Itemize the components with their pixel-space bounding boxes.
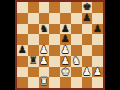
square-a7[interactable] <box>17 13 28 24</box>
square-c7[interactable] <box>39 13 50 24</box>
square-f8[interactable] <box>71 2 82 13</box>
square-a3[interactable] <box>17 56 28 67</box>
square-a8[interactable] <box>17 2 28 13</box>
square-e2[interactable]: ♚ <box>60 67 71 78</box>
square-c3[interactable]: ♟ <box>39 56 50 67</box>
white-pawn: ♟ <box>82 67 91 78</box>
square-d1[interactable] <box>49 77 60 88</box>
square-a4[interactable]: ♟ <box>17 45 28 56</box>
black-pawn: ♟ <box>82 13 91 24</box>
square-c4[interactable]: ♟ <box>39 45 50 56</box>
square-d4[interactable] <box>49 45 60 56</box>
square-g1[interactable] <box>82 77 93 88</box>
square-d2[interactable] <box>49 67 60 78</box>
white-pawn: ♟ <box>61 56 70 67</box>
square-a2[interactable] <box>17 67 28 78</box>
square-e4[interactable]: ♟ <box>60 45 71 56</box>
black-king: ♚ <box>82 2 91 13</box>
square-f6[interactable] <box>71 24 82 35</box>
black-pawn: ♟ <box>93 24 102 35</box>
square-e3[interactable]: ♟ <box>60 56 71 67</box>
square-e6[interactable]: ♟ <box>60 24 71 35</box>
square-h4[interactable] <box>92 45 103 56</box>
square-b4[interactable] <box>28 45 39 56</box>
black-rook: ♜ <box>29 56 38 67</box>
square-f4[interactable] <box>71 45 82 56</box>
black-pawn: ♟ <box>18 45 27 56</box>
letterbox-left <box>0 0 15 90</box>
square-h1[interactable] <box>92 77 103 88</box>
square-g4[interactable] <box>82 45 93 56</box>
white-pawn: ♟ <box>61 45 70 56</box>
white-knight: ♞ <box>72 56 81 67</box>
square-g5[interactable] <box>82 34 93 45</box>
square-h8[interactable] <box>92 2 103 13</box>
square-d6[interactable] <box>49 24 60 35</box>
square-d8[interactable] <box>49 2 60 13</box>
white-pawn: ♟ <box>39 45 48 56</box>
square-c1[interactable]: ♜ <box>39 77 50 88</box>
square-f3[interactable]: ♞ <box>71 56 82 67</box>
square-h6[interactable]: ♟ <box>92 24 103 35</box>
white-rook: ♜ <box>39 77 48 88</box>
square-b2[interactable] <box>28 67 39 78</box>
black-pawn: ♟ <box>61 24 70 35</box>
square-a5[interactable] <box>17 34 28 45</box>
chess-board[interactable]: ♚♟♞♟♟♟♟♟♟♜♟♟♞♚♟♟♜ <box>15 0 105 90</box>
square-g7[interactable]: ♟ <box>82 13 93 24</box>
square-g6[interactable] <box>82 24 93 35</box>
square-f7[interactable] <box>71 13 82 24</box>
square-b5[interactable] <box>28 34 39 45</box>
square-f5[interactable] <box>71 34 82 45</box>
white-pawn: ♟ <box>39 56 48 67</box>
square-h2[interactable]: ♟ <box>92 67 103 78</box>
square-c5[interactable] <box>39 34 50 45</box>
white-pawn: ♟ <box>93 67 102 78</box>
square-e8[interactable] <box>60 2 71 13</box>
square-b7[interactable] <box>28 13 39 24</box>
square-h3[interactable] <box>92 56 103 67</box>
square-d3[interactable] <box>49 56 60 67</box>
square-a1[interactable] <box>17 77 28 88</box>
square-e5[interactable]: ♟ <box>60 34 71 45</box>
letterbox-right <box>105 0 120 90</box>
white-king: ♚ <box>61 67 70 78</box>
square-c6[interactable]: ♞ <box>39 24 50 35</box>
square-e1[interactable] <box>60 77 71 88</box>
square-c2[interactable] <box>39 67 50 78</box>
square-f2[interactable] <box>71 67 82 78</box>
black-knight: ♞ <box>39 24 48 35</box>
square-g3[interactable] <box>82 56 93 67</box>
square-d7[interactable] <box>49 13 60 24</box>
square-a6[interactable] <box>17 24 28 35</box>
chess-diagram: ♚♟♞♟♟♟♟♟♟♜♟♟♞♚♟♟♜ <box>0 0 120 90</box>
black-pawn: ♟ <box>61 34 70 45</box>
square-d5[interactable] <box>49 34 60 45</box>
square-c8[interactable] <box>39 2 50 13</box>
square-h7[interactable] <box>92 13 103 24</box>
square-h5[interactable] <box>92 34 103 45</box>
square-b3[interactable]: ♜ <box>28 56 39 67</box>
square-g8[interactable]: ♚ <box>82 2 93 13</box>
square-b6[interactable] <box>28 24 39 35</box>
square-e7[interactable] <box>60 13 71 24</box>
square-b8[interactable] <box>28 2 39 13</box>
square-b1[interactable] <box>28 77 39 88</box>
square-g2[interactable]: ♟ <box>82 67 93 78</box>
square-f1[interactable] <box>71 77 82 88</box>
